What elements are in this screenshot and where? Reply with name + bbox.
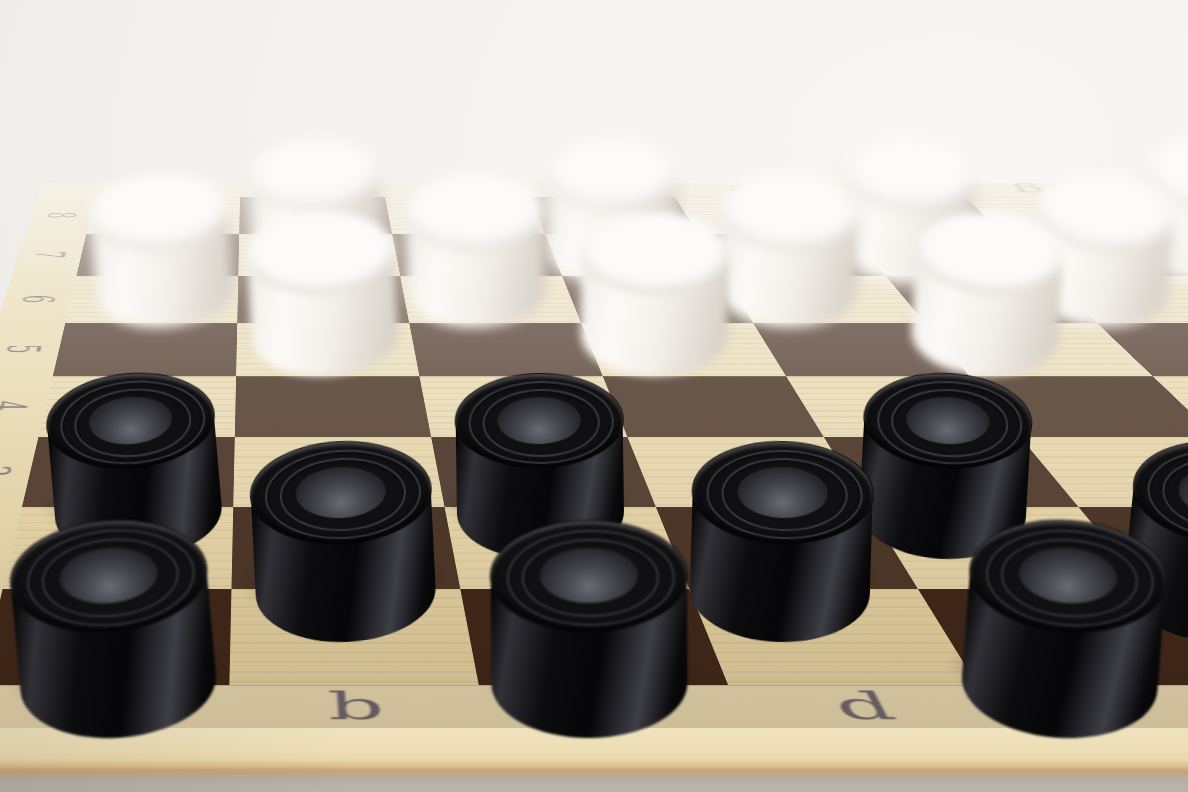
piece-black-b2[interactable] [249, 438, 436, 596]
piece-white-b6[interactable] [245, 209, 398, 340]
piece-white-e7[interactable] [719, 171, 861, 291]
rank-label-text-8: 8 [38, 212, 84, 218]
piece-black-c3[interactable] [455, 373, 624, 514]
rank-label-text-7: 7 [26, 251, 74, 258]
piece-black-e3[interactable] [859, 369, 1034, 517]
rank-label-text-5: 5 [0, 345, 51, 354]
pieces-layer [0, 0, 1188, 792]
piece-black-a3[interactable] [43, 367, 221, 519]
piece-black-a1[interactable] [6, 513, 215, 692]
piece-black-e1[interactable] [962, 514, 1170, 691]
piece-black-c1[interactable] [490, 521, 687, 684]
piece-white-d6[interactable] [581, 212, 729, 336]
rank-label-7: 7 [12, 234, 87, 276]
square-d4[interactable] [603, 376, 824, 437]
rank-label-text-4: 4 [0, 401, 37, 411]
piece-black-d2[interactable] [690, 439, 874, 594]
rank-label-8: 8 [25, 197, 95, 234]
piece-white-c7[interactable] [404, 171, 545, 291]
piece-top [490, 521, 686, 632]
piece-white-f6[interactable] [911, 208, 1065, 340]
file-label-b: b [228, 685, 487, 729]
square-b4[interactable] [235, 376, 431, 437]
rank-label-6: 6 [0, 276, 76, 323]
piece-white-a7[interactable] [86, 168, 233, 295]
piece-top [546, 138, 677, 212]
rank-label-text-3: 3 [0, 465, 21, 476]
rank-label-text-6: 6 [12, 295, 64, 303]
photo-stage: aabbccddeeffgghh345678 [0, 0, 1188, 792]
